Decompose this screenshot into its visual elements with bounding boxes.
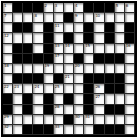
white-cell[interactable]: 14	[64, 44, 74, 54]
black-cell	[94, 125, 104, 135]
white-cell[interactable]	[125, 94, 135, 104]
white-cell[interactable]	[64, 105, 74, 115]
white-cell[interactable]	[64, 125, 74, 135]
black-cell	[105, 23, 115, 33]
black-cell	[23, 44, 33, 54]
black-cell	[64, 33, 74, 43]
black-cell	[3, 94, 13, 104]
clue-number: 32	[4, 125, 9, 129]
clue-number: 28	[55, 105, 60, 109]
white-cell[interactable]	[125, 115, 135, 125]
black-cell	[3, 105, 13, 115]
clue-number: 19	[45, 64, 50, 68]
white-cell[interactable]: 25	[54, 84, 64, 94]
black-cell	[64, 13, 74, 23]
black-cell	[105, 54, 115, 64]
white-cell[interactable]	[3, 74, 13, 84]
black-cell	[94, 3, 104, 13]
black-cell	[115, 105, 125, 115]
white-cell[interactable]: 21	[64, 74, 74, 84]
white-cell[interactable]	[33, 44, 43, 54]
black-cell	[33, 54, 43, 64]
clue-number: 11	[55, 24, 60, 28]
white-cell[interactable]	[74, 94, 84, 104]
white-cell[interactable]: 2	[44, 3, 54, 13]
clue-number: 31	[85, 115, 90, 119]
white-cell[interactable]	[33, 64, 43, 74]
black-cell	[13, 23, 23, 33]
white-cell[interactable]: 10	[94, 13, 104, 23]
white-cell[interactable]	[54, 94, 64, 104]
black-cell	[115, 84, 125, 94]
black-cell	[105, 74, 115, 84]
clue-number: 6	[126, 4, 128, 8]
white-cell[interactable]	[125, 125, 135, 135]
black-cell	[33, 3, 43, 13]
black-cell	[44, 125, 54, 135]
black-cell	[84, 105, 94, 115]
crossword-grid: 1234567891011121314151617181920212223242…	[1, 1, 137, 137]
white-cell[interactable]: 12	[3, 33, 13, 43]
white-cell[interactable]	[13, 115, 23, 125]
black-cell	[84, 3, 94, 13]
white-cell[interactable]	[13, 64, 23, 74]
white-cell[interactable]: 11	[54, 23, 64, 33]
white-cell[interactable]: 16	[125, 44, 135, 54]
white-cell[interactable]	[23, 13, 33, 23]
white-cell[interactable]	[13, 33, 23, 43]
white-cell[interactable]	[74, 105, 84, 115]
black-cell	[64, 115, 74, 125]
white-cell[interactable]: 13	[54, 44, 64, 54]
white-cell[interactable]	[74, 84, 84, 94]
white-cell[interactable]: 4	[74, 3, 84, 13]
white-cell[interactable]	[13, 94, 23, 104]
white-cell[interactable]: 17	[54, 54, 64, 64]
black-cell	[13, 54, 23, 64]
white-cell[interactable]: 32	[3, 125, 13, 135]
clue-number: 30	[75, 115, 80, 119]
white-cell[interactable]	[115, 13, 125, 23]
black-cell	[125, 33, 135, 43]
white-cell[interactable]	[33, 33, 43, 43]
black-cell	[74, 54, 84, 64]
black-cell	[44, 33, 54, 43]
white-cell[interactable]	[115, 44, 125, 54]
white-cell[interactable]	[105, 13, 115, 23]
white-cell[interactable]: 15	[84, 44, 94, 54]
black-cell	[84, 94, 94, 104]
white-cell[interactable]	[3, 44, 13, 54]
white-cell[interactable]	[44, 115, 54, 125]
black-cell	[115, 74, 125, 84]
white-cell[interactable]: 30	[74, 115, 84, 125]
black-cell	[13, 44, 23, 54]
white-cell[interactable]: 27	[94, 94, 104, 104]
white-cell[interactable]	[84, 64, 94, 74]
clue-number: 14	[65, 44, 70, 48]
white-cell[interactable]	[64, 54, 74, 64]
clue-number: 22	[4, 85, 9, 89]
white-cell[interactable]: 23	[13, 84, 23, 94]
white-cell[interactable]	[94, 115, 104, 125]
white-cell[interactable]	[115, 115, 125, 125]
white-cell[interactable]	[94, 105, 104, 115]
clue-number: 9	[75, 14, 77, 18]
white-cell[interactable]	[105, 94, 115, 104]
white-cell[interactable]	[115, 33, 125, 43]
white-cell[interactable]	[64, 84, 74, 94]
black-cell	[115, 54, 125, 64]
clue-number: 25	[55, 85, 60, 89]
white-cell[interactable]: 28	[54, 105, 64, 115]
white-cell[interactable]: 29	[3, 115, 13, 125]
black-cell	[23, 74, 33, 84]
clue-number: 4	[75, 4, 77, 8]
white-cell[interactable]	[23, 84, 33, 94]
white-cell[interactable]	[44, 84, 54, 94]
white-cell[interactable]	[23, 64, 33, 74]
black-cell	[94, 74, 104, 84]
white-cell[interactable]	[74, 23, 84, 33]
white-cell[interactable]	[94, 64, 104, 74]
black-cell	[23, 23, 33, 33]
white-cell[interactable]	[3, 23, 13, 33]
black-cell	[33, 74, 43, 84]
black-cell	[44, 94, 54, 104]
white-cell[interactable]	[84, 125, 94, 135]
white-cell[interactable]	[105, 64, 115, 74]
white-cell[interactable]	[84, 13, 94, 23]
clue-number: 24	[34, 85, 39, 89]
white-cell[interactable]	[44, 74, 54, 84]
black-cell	[44, 105, 54, 115]
clue-number: 1	[4, 4, 6, 8]
white-cell[interactable]	[74, 44, 84, 54]
white-cell[interactable]	[74, 33, 84, 43]
clue-number: 3	[55, 4, 57, 8]
clue-number: 23	[14, 85, 19, 89]
black-cell	[13, 74, 23, 84]
white-cell[interactable]	[125, 84, 135, 94]
white-cell[interactable]	[3, 54, 13, 64]
white-cell[interactable]: 19	[44, 64, 54, 74]
white-cell[interactable]	[13, 125, 23, 135]
black-cell	[125, 23, 135, 33]
white-cell[interactable]: 18	[3, 64, 13, 74]
white-cell[interactable]	[23, 115, 33, 125]
white-cell[interactable]	[54, 13, 64, 23]
white-cell[interactable]	[125, 74, 135, 84]
black-cell	[94, 54, 104, 64]
white-cell[interactable]: 5	[115, 3, 125, 13]
clue-number: 15	[85, 44, 90, 48]
black-cell	[105, 84, 115, 94]
black-cell	[84, 33, 94, 43]
black-cell	[23, 105, 33, 115]
clue-number: 12	[4, 34, 9, 38]
white-cell[interactable]	[44, 13, 54, 23]
white-cell[interactable]: 9	[74, 13, 84, 23]
white-cell[interactable]: 31	[84, 115, 94, 125]
white-cell[interactable]	[13, 105, 23, 115]
white-cell[interactable]: 6	[125, 3, 135, 13]
white-cell[interactable]: 1	[3, 3, 13, 13]
white-cell[interactable]: 8	[33, 13, 43, 23]
white-cell[interactable]	[33, 94, 43, 104]
white-cell[interactable]	[94, 23, 104, 33]
white-cell[interactable]	[115, 23, 125, 33]
white-cell[interactable]	[94, 44, 104, 54]
black-cell	[105, 3, 115, 13]
black-cell	[84, 74, 94, 84]
black-cell	[44, 23, 54, 33]
clue-number: 8	[34, 14, 36, 18]
black-cell	[23, 3, 33, 13]
black-cell	[105, 105, 115, 115]
white-cell[interactable]	[33, 23, 43, 33]
white-cell[interactable]	[33, 105, 43, 115]
white-cell[interactable]	[84, 54, 94, 64]
black-cell	[13, 3, 23, 13]
white-cell[interactable]	[54, 33, 64, 43]
clue-number: 13	[55, 44, 60, 48]
black-cell	[64, 94, 74, 104]
black-cell	[115, 125, 125, 135]
black-cell	[84, 23, 94, 33]
black-cell	[105, 125, 115, 135]
clue-number: 29	[4, 115, 9, 119]
clue-number: 16	[126, 44, 131, 48]
black-cell	[54, 74, 64, 84]
white-cell[interactable]	[54, 115, 64, 125]
black-cell	[23, 54, 33, 64]
white-cell[interactable]	[74, 125, 84, 135]
crossword-puzzle: 1234567891011121314151617181920212223242…	[0, 0, 140, 140]
black-cell	[44, 44, 54, 54]
white-cell[interactable]	[54, 64, 64, 74]
white-cell[interactable]	[13, 13, 23, 23]
white-cell[interactable]	[74, 74, 84, 84]
white-cell[interactable]: 22	[3, 84, 13, 94]
clue-number: 10	[95, 14, 100, 18]
white-cell[interactable]	[105, 44, 115, 54]
white-cell[interactable]	[23, 33, 33, 43]
white-cell[interactable]	[125, 64, 135, 74]
white-cell[interactable]	[94, 33, 104, 43]
white-cell[interactable]	[115, 94, 125, 104]
clue-number: 21	[65, 75, 70, 79]
white-cell[interactable]: 26	[94, 84, 104, 94]
white-cell[interactable]	[64, 23, 74, 33]
clue-number: 33	[55, 125, 60, 129]
black-cell	[44, 54, 54, 64]
clue-number: 20	[75, 64, 80, 68]
white-cell[interactable]	[105, 115, 115, 125]
white-cell[interactable]: 20	[74, 64, 84, 74]
black-cell	[105, 33, 115, 43]
white-cell[interactable]: 24	[33, 84, 43, 94]
white-cell[interactable]: 3	[54, 3, 64, 13]
clue-number: 7	[4, 14, 6, 18]
clue-number: 17	[55, 54, 60, 58]
white-cell[interactable]	[33, 115, 43, 125]
clue-number: 18	[4, 64, 9, 68]
white-cell[interactable]	[64, 64, 74, 74]
clue-number: 5	[116, 4, 118, 8]
clue-number: 26	[95, 85, 100, 89]
white-cell[interactable]	[125, 105, 135, 115]
white-cell[interactable]	[64, 3, 74, 13]
black-cell	[33, 125, 43, 135]
black-cell	[23, 94, 33, 104]
black-cell	[84, 84, 94, 94]
white-cell[interactable]	[115, 64, 125, 74]
black-cell	[23, 125, 33, 135]
white-cell[interactable]: 7	[3, 13, 13, 23]
clue-number: 27	[95, 95, 100, 99]
white-cell[interactable]: 33	[54, 125, 64, 135]
clue-number: 2	[45, 4, 47, 8]
white-cell[interactable]	[125, 54, 135, 64]
white-cell[interactable]	[125, 13, 135, 23]
